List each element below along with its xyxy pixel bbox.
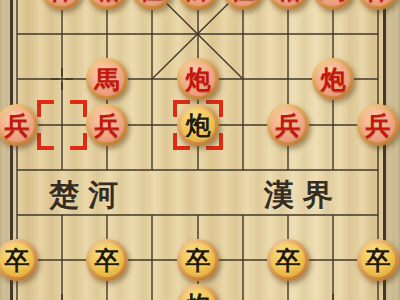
- piece-character: 俥: [357, 0, 399, 10]
- last-move-from-marker: [37, 100, 87, 150]
- red-advisor[interactable]: 仕: [222, 0, 264, 10]
- piece-character: 卒: [0, 239, 38, 281]
- bracket-corner: [70, 100, 87, 117]
- xiangqi-board[interactable]: 楚河 漢界 俥相仕帥仕相馬俥馬炮炮兵兵炮兵兵卒卒卒卒卒炮: [0, 0, 400, 300]
- piece-character: 兵: [357, 104, 399, 146]
- piece-character: 兵: [0, 104, 38, 146]
- red-soldier[interactable]: 兵: [86, 104, 128, 146]
- piece-character: 炮: [177, 104, 219, 146]
- bracket-corner: [37, 100, 54, 117]
- black-cannon[interactable]: 炮: [177, 104, 219, 146]
- river-label-han: 漢界: [264, 175, 342, 216]
- black-soldier[interactable]: 卒: [357, 239, 399, 281]
- piece-character: 炮: [312, 58, 354, 100]
- piece-character: 卒: [357, 239, 399, 281]
- river-label-chu: 楚河: [49, 175, 127, 216]
- red-advisor[interactable]: 仕: [131, 0, 173, 10]
- black-soldier[interactable]: 卒: [0, 239, 38, 281]
- red-cannon[interactable]: 炮: [177, 58, 219, 100]
- red-horse[interactable]: 馬: [86, 58, 128, 100]
- red-chariot[interactable]: 俥: [357, 0, 399, 10]
- piece-character: 卒: [267, 239, 309, 281]
- red-soldier[interactable]: 兵: [357, 104, 399, 146]
- piece-character: 馬: [86, 58, 128, 100]
- bracket-corner: [70, 133, 87, 150]
- piece-character: 炮: [177, 284, 219, 300]
- bracket-corner: [37, 133, 54, 150]
- piece-character: 相: [267, 0, 309, 10]
- red-general[interactable]: 帥: [177, 0, 219, 10]
- piece-character: 兵: [267, 104, 309, 146]
- piece-character: 俥: [41, 0, 83, 10]
- piece-character: 相: [86, 0, 128, 10]
- red-cannon[interactable]: 炮: [312, 58, 354, 100]
- red-chariot[interactable]: 俥: [41, 0, 83, 10]
- black-soldier[interactable]: 卒: [267, 239, 309, 281]
- piece-character: 帥: [177, 0, 219, 10]
- piece-character: 兵: [86, 104, 128, 146]
- red-horse[interactable]: 馬: [312, 0, 354, 10]
- black-cannon[interactable]: 炮: [177, 284, 219, 300]
- red-elephant[interactable]: 相: [86, 0, 128, 10]
- piece-character: 卒: [177, 239, 219, 281]
- piece-character: 仕: [131, 0, 173, 10]
- black-soldier[interactable]: 卒: [86, 239, 128, 281]
- black-soldier[interactable]: 卒: [177, 239, 219, 281]
- red-soldier[interactable]: 兵: [267, 104, 309, 146]
- red-soldier[interactable]: 兵: [0, 104, 38, 146]
- red-elephant[interactable]: 相: [267, 0, 309, 10]
- piece-character: 卒: [86, 239, 128, 281]
- piece-character: 仕: [222, 0, 264, 10]
- piece-character: 馬: [312, 0, 354, 10]
- piece-character: 炮: [177, 58, 219, 100]
